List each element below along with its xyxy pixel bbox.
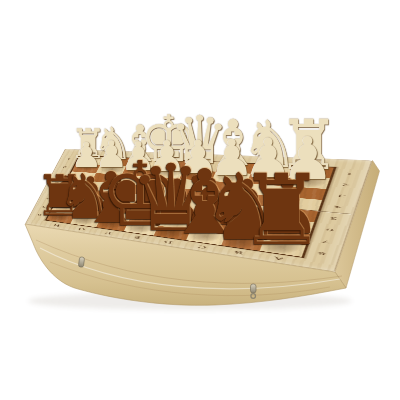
product-photo-stage: HHGGFFEEDDCCBBAA1122334455667788 bbox=[0, 0, 400, 400]
clasp-left bbox=[78, 257, 84, 268]
right-edge-face bbox=[335, 161, 380, 289]
piece-black-rook-a8[interactable]: ♜ bbox=[238, 162, 326, 260]
